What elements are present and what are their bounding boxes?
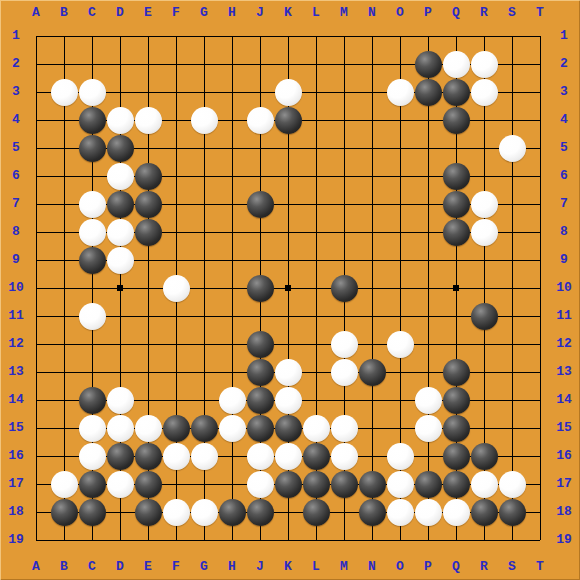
- intersection-A2[interactable]: [22, 50, 50, 78]
- intersection-A17[interactable]: [22, 470, 50, 498]
- intersection-K12[interactable]: [274, 330, 302, 358]
- intersection-Q1[interactable]: [442, 22, 470, 50]
- intersection-T5[interactable]: [526, 134, 554, 162]
- stone-black-C4: [79, 107, 106, 134]
- intersection-F9[interactable]: [162, 246, 190, 274]
- stone-black-R18: [471, 499, 498, 526]
- intersection-R5[interactable]: [470, 134, 498, 162]
- intersection-Q10[interactable]: [442, 274, 470, 302]
- intersection-O5[interactable]: [386, 134, 414, 162]
- intersection-T2[interactable]: [526, 50, 554, 78]
- intersection-R9[interactable]: [470, 246, 498, 274]
- intersection-H9[interactable]: [218, 246, 246, 274]
- intersection-K8[interactable]: [274, 218, 302, 246]
- intersection-S4[interactable]: [498, 106, 526, 134]
- intersection-B1[interactable]: [50, 22, 78, 50]
- intersection-B13[interactable]: [50, 358, 78, 386]
- intersection-M1[interactable]: [330, 22, 358, 50]
- intersection-S9[interactable]: [498, 246, 526, 274]
- intersection-M5[interactable]: [330, 134, 358, 162]
- intersection-H12[interactable]: [218, 330, 246, 358]
- intersection-N4[interactable]: [358, 106, 386, 134]
- intersection-T6[interactable]: [526, 162, 554, 190]
- intersection-A1[interactable]: [22, 22, 50, 50]
- intersection-D2[interactable]: [106, 50, 134, 78]
- intersection-G12[interactable]: [190, 330, 218, 358]
- intersection-D1[interactable]: [106, 22, 134, 50]
- coord-label-top-J: J: [246, 3, 274, 23]
- stone-black-E17: [135, 471, 162, 498]
- intersection-F6[interactable]: [162, 162, 190, 190]
- intersection-J14: [246, 386, 274, 414]
- intersection-P10[interactable]: [414, 274, 442, 302]
- intersection-M3[interactable]: [330, 78, 358, 106]
- intersection-H6[interactable]: [218, 162, 246, 190]
- intersection-E5[interactable]: [134, 134, 162, 162]
- intersection-N15[interactable]: [358, 414, 386, 442]
- intersection-N10[interactable]: [358, 274, 386, 302]
- intersection-Q13: [442, 358, 470, 386]
- intersection-P9[interactable]: [414, 246, 442, 274]
- intersection-P11[interactable]: [414, 302, 442, 330]
- intersection-H2[interactable]: [218, 50, 246, 78]
- intersection-T11[interactable]: [526, 302, 554, 330]
- intersection-S7[interactable]: [498, 190, 526, 218]
- intersection-K10[interactable]: [274, 274, 302, 302]
- intersection-L2[interactable]: [302, 50, 330, 78]
- row-labels-right: 12345678910111213141516171819: [550, 22, 578, 554]
- stone-white-P18: [415, 499, 442, 526]
- intersection-R10[interactable]: [470, 274, 498, 302]
- intersection-Q9[interactable]: [442, 246, 470, 274]
- intersection-G7[interactable]: [190, 190, 218, 218]
- intersection-N16[interactable]: [358, 442, 386, 470]
- intersection-E19[interactable]: [134, 526, 162, 554]
- intersection-L3[interactable]: [302, 78, 330, 106]
- intersection-P1[interactable]: [414, 22, 442, 50]
- intersection-R4[interactable]: [470, 106, 498, 134]
- intersection-H4[interactable]: [218, 106, 246, 134]
- coord-label-right-13: 13: [550, 358, 578, 386]
- intersection-D12[interactable]: [106, 330, 134, 358]
- intersection-P19[interactable]: [414, 526, 442, 554]
- intersection-R14[interactable]: [470, 386, 498, 414]
- intersection-F14[interactable]: [162, 386, 190, 414]
- intersection-M14[interactable]: [330, 386, 358, 414]
- intersection-T18[interactable]: [526, 498, 554, 526]
- intersection-T19[interactable]: [526, 526, 554, 554]
- intersection-O4[interactable]: [386, 106, 414, 134]
- intersection-O11[interactable]: [386, 302, 414, 330]
- intersection-B12[interactable]: [50, 330, 78, 358]
- intersection-A16[interactable]: [22, 442, 50, 470]
- intersection-H10[interactable]: [218, 274, 246, 302]
- intersection-B8[interactable]: [50, 218, 78, 246]
- intersection-B15[interactable]: [50, 414, 78, 442]
- intersection-M9[interactable]: [330, 246, 358, 274]
- intersection-M4[interactable]: [330, 106, 358, 134]
- intersection-F1[interactable]: [162, 22, 190, 50]
- intersection-K18[interactable]: [274, 498, 302, 526]
- intersection-O1[interactable]: [386, 22, 414, 50]
- intersection-H7[interactable]: [218, 190, 246, 218]
- intersection-G1[interactable]: [190, 22, 218, 50]
- intersection-O8[interactable]: [386, 218, 414, 246]
- intersection-S16[interactable]: [498, 442, 526, 470]
- stone-white-R7: [471, 191, 498, 218]
- intersection-G6[interactable]: [190, 162, 218, 190]
- intersection-S2[interactable]: [498, 50, 526, 78]
- intersection-L7[interactable]: [302, 190, 330, 218]
- intersection-S3[interactable]: [498, 78, 526, 106]
- intersection-G5[interactable]: [190, 134, 218, 162]
- stone-black-J10: [247, 275, 274, 302]
- intersection-S6[interactable]: [498, 162, 526, 190]
- intersection-J11[interactable]: [246, 302, 274, 330]
- intersection-O6[interactable]: [386, 162, 414, 190]
- intersection-M7[interactable]: [330, 190, 358, 218]
- intersection-K1[interactable]: [274, 22, 302, 50]
- intersection-L10[interactable]: [302, 274, 330, 302]
- intersection-O13[interactable]: [386, 358, 414, 386]
- intersection-F2[interactable]: [162, 50, 190, 78]
- intersection-E9[interactable]: [134, 246, 162, 274]
- intersection-N11[interactable]: [358, 302, 386, 330]
- coord-label-bottom-D: D: [106, 557, 134, 577]
- intersection-Q14: [442, 386, 470, 414]
- intersection-T15[interactable]: [526, 414, 554, 442]
- intersection-L8[interactable]: [302, 218, 330, 246]
- intersection-O7[interactable]: [386, 190, 414, 218]
- intersection-A7[interactable]: [22, 190, 50, 218]
- intersection-R13[interactable]: [470, 358, 498, 386]
- intersection-Q16: [442, 442, 470, 470]
- stone-white-F10: [163, 275, 190, 302]
- intersection-E14[interactable]: [134, 386, 162, 414]
- intersection-D11[interactable]: [106, 302, 134, 330]
- intersection-J2[interactable]: [246, 50, 274, 78]
- intersection-P13[interactable]: [414, 358, 442, 386]
- intersection-M15: [330, 414, 358, 442]
- intersection-N7[interactable]: [358, 190, 386, 218]
- intersection-G3[interactable]: [190, 78, 218, 106]
- intersection-L18: [302, 498, 330, 526]
- intersection-B4[interactable]: [50, 106, 78, 134]
- intersection-F3[interactable]: [162, 78, 190, 106]
- intersection-F8[interactable]: [162, 218, 190, 246]
- intersection-R12[interactable]: [470, 330, 498, 358]
- intersection-N5[interactable]: [358, 134, 386, 162]
- intersection-G18: [190, 498, 218, 526]
- intersection-F4[interactable]: [162, 106, 190, 134]
- intersection-B10[interactable]: [50, 274, 78, 302]
- intersection-T13[interactable]: [526, 358, 554, 386]
- intersection-K5[interactable]: [274, 134, 302, 162]
- intersection-G8[interactable]: [190, 218, 218, 246]
- intersection-P5[interactable]: [414, 134, 442, 162]
- coord-label-top-R: R: [470, 3, 498, 23]
- intersection-A19[interactable]: [22, 526, 50, 554]
- intersection-M6[interactable]: [330, 162, 358, 190]
- stone-white-F18: [163, 499, 190, 526]
- intersection-P18: [414, 498, 442, 526]
- intersection-H15: [218, 414, 246, 442]
- intersection-N19[interactable]: [358, 526, 386, 554]
- intersection-C10[interactable]: [78, 274, 106, 302]
- intersection-S13[interactable]: [498, 358, 526, 386]
- intersection-N9[interactable]: [358, 246, 386, 274]
- stone-black-N13: [359, 359, 386, 386]
- intersection-C6[interactable]: [78, 162, 106, 190]
- intersection-T4[interactable]: [526, 106, 554, 134]
- intersection-D13[interactable]: [106, 358, 134, 386]
- intersection-H5[interactable]: [218, 134, 246, 162]
- intersection-A8[interactable]: [22, 218, 50, 246]
- intersection-B5[interactable]: [50, 134, 78, 162]
- intersection-E11[interactable]: [134, 302, 162, 330]
- intersection-A4[interactable]: [22, 106, 50, 134]
- stone-white-S17: [499, 471, 526, 498]
- intersection-S12[interactable]: [498, 330, 526, 358]
- stone-white-M12: [331, 331, 358, 358]
- stone-white-D8: [107, 219, 134, 246]
- intersection-E8: [134, 218, 162, 246]
- intersection-A18[interactable]: [22, 498, 50, 526]
- intersection-A11[interactable]: [22, 302, 50, 330]
- intersection-L9[interactable]: [302, 246, 330, 274]
- stone-white-C7: [79, 191, 106, 218]
- intersection-A6[interactable]: [22, 162, 50, 190]
- intersection-F11[interactable]: [162, 302, 190, 330]
- intersection-M19[interactable]: [330, 526, 358, 554]
- intersection-A14[interactable]: [22, 386, 50, 414]
- intersection-E1[interactable]: [134, 22, 162, 50]
- intersection-E3[interactable]: [134, 78, 162, 106]
- intersection-C13[interactable]: [78, 358, 106, 386]
- intersection-L4[interactable]: [302, 106, 330, 134]
- coord-label-top-P: P: [414, 3, 442, 23]
- intersection-T1[interactable]: [526, 22, 554, 50]
- intersection-B2[interactable]: [50, 50, 78, 78]
- intersection-L1[interactable]: [302, 22, 330, 50]
- intersection-M18[interactable]: [330, 498, 358, 526]
- intersection-R2: [470, 50, 498, 78]
- intersection-T17[interactable]: [526, 470, 554, 498]
- intersection-H19[interactable]: [218, 526, 246, 554]
- intersection-N14[interactable]: [358, 386, 386, 414]
- intersection-N6[interactable]: [358, 162, 386, 190]
- intersection-N2[interactable]: [358, 50, 386, 78]
- intersection-N1[interactable]: [358, 22, 386, 50]
- intersection-O2[interactable]: [386, 50, 414, 78]
- intersection-F15: [162, 414, 190, 442]
- intersection-B14[interactable]: [50, 386, 78, 414]
- intersection-T16[interactable]: [526, 442, 554, 470]
- intersection-H16[interactable]: [218, 442, 246, 470]
- intersection-L5[interactable]: [302, 134, 330, 162]
- intersection-O15[interactable]: [386, 414, 414, 442]
- intersection-S1[interactable]: [498, 22, 526, 50]
- intersection-F12[interactable]: [162, 330, 190, 358]
- intersection-B19[interactable]: [50, 526, 78, 554]
- stone-black-D5: [107, 135, 134, 162]
- intersection-F5[interactable]: [162, 134, 190, 162]
- intersection-K9[interactable]: [274, 246, 302, 274]
- intersection-J19[interactable]: [246, 526, 274, 554]
- intersection-F13[interactable]: [162, 358, 190, 386]
- intersection-B16[interactable]: [50, 442, 78, 470]
- intersection-R17: [470, 470, 498, 498]
- intersection-R6[interactable]: [470, 162, 498, 190]
- stone-white-G16: [191, 443, 218, 470]
- intersection-A15[interactable]: [22, 414, 50, 442]
- coord-label-bottom-N: N: [358, 557, 386, 577]
- intersection-G19[interactable]: [190, 526, 218, 554]
- intersection-R1[interactable]: [470, 22, 498, 50]
- intersection-Q5[interactable]: [442, 134, 470, 162]
- intersection-H11[interactable]: [218, 302, 246, 330]
- intersection-H17[interactable]: [218, 470, 246, 498]
- intersection-T3[interactable]: [526, 78, 554, 106]
- intersection-T10[interactable]: [526, 274, 554, 302]
- intersection-E2[interactable]: [134, 50, 162, 78]
- intersection-K2[interactable]: [274, 50, 302, 78]
- intersection-C12[interactable]: [78, 330, 106, 358]
- intersection-O10[interactable]: [386, 274, 414, 302]
- intersection-Q12[interactable]: [442, 330, 470, 358]
- stone-white-D14: [107, 387, 134, 414]
- intersection-J17: [246, 470, 274, 498]
- intersection-C1[interactable]: [78, 22, 106, 50]
- intersection-L14[interactable]: [302, 386, 330, 414]
- stone-white-K14: [275, 387, 302, 414]
- intersection-S15[interactable]: [498, 414, 526, 442]
- intersection-O14[interactable]: [386, 386, 414, 414]
- intersection-A5[interactable]: [22, 134, 50, 162]
- intersection-A3[interactable]: [22, 78, 50, 106]
- intersection-S19[interactable]: [498, 526, 526, 554]
- intersection-P8[interactable]: [414, 218, 442, 246]
- intersection-H1[interactable]: [218, 22, 246, 50]
- intersection-Q7: [442, 190, 470, 218]
- intersection-J8[interactable]: [246, 218, 274, 246]
- intersection-P6[interactable]: [414, 162, 442, 190]
- intersection-G9[interactable]: [190, 246, 218, 274]
- intersection-E10[interactable]: [134, 274, 162, 302]
- intersection-K19[interactable]: [274, 526, 302, 554]
- intersection-L11[interactable]: [302, 302, 330, 330]
- intersection-J5[interactable]: [246, 134, 274, 162]
- intersection-A13[interactable]: [22, 358, 50, 386]
- intersection-K11[interactable]: [274, 302, 302, 330]
- stone-black-R16: [471, 443, 498, 470]
- intersection-E12[interactable]: [134, 330, 162, 358]
- coord-label-right-3: 3: [550, 78, 578, 106]
- intersection-D18[interactable]: [106, 498, 134, 526]
- intersection-T12[interactable]: [526, 330, 554, 358]
- coord-label-bottom-G: G: [190, 557, 218, 577]
- intersection-J1[interactable]: [246, 22, 274, 50]
- intersection-H8[interactable]: [218, 218, 246, 246]
- intersection-G10[interactable]: [190, 274, 218, 302]
- intersection-G11[interactable]: [190, 302, 218, 330]
- intersection-A9[interactable]: [22, 246, 50, 274]
- intersection-P16[interactable]: [414, 442, 442, 470]
- intersection-R15[interactable]: [470, 414, 498, 442]
- intersection-J3[interactable]: [246, 78, 274, 106]
- intersection-C19[interactable]: [78, 526, 106, 554]
- intersection-B11[interactable]: [50, 302, 78, 330]
- intersection-B7[interactable]: [50, 190, 78, 218]
- intersection-S8[interactable]: [498, 218, 526, 246]
- stone-black-K15: [275, 415, 302, 442]
- intersection-D10[interactable]: [106, 274, 134, 302]
- intersection-K6[interactable]: [274, 162, 302, 190]
- intersection-N3[interactable]: [358, 78, 386, 106]
- intersection-L13[interactable]: [302, 358, 330, 386]
- intersection-N8[interactable]: [358, 218, 386, 246]
- intersection-C2[interactable]: [78, 50, 106, 78]
- intersection-L19[interactable]: [302, 526, 330, 554]
- intersection-M11[interactable]: [330, 302, 358, 330]
- coord-label-top-L: L: [302, 3, 330, 23]
- intersection-L6[interactable]: [302, 162, 330, 190]
- intersection-G14[interactable]: [190, 386, 218, 414]
- intersection-J6[interactable]: [246, 162, 274, 190]
- intersection-F19[interactable]: [162, 526, 190, 554]
- intersection-J9[interactable]: [246, 246, 274, 274]
- intersection-S10[interactable]: [498, 274, 526, 302]
- intersection-P7[interactable]: [414, 190, 442, 218]
- intersection-L12[interactable]: [302, 330, 330, 358]
- intersection-D3[interactable]: [106, 78, 134, 106]
- intersection-A10[interactable]: [22, 274, 50, 302]
- intersection-F7[interactable]: [162, 190, 190, 218]
- intersection-E13[interactable]: [134, 358, 162, 386]
- intersection-K17: [274, 470, 302, 498]
- intersection-H13[interactable]: [218, 358, 246, 386]
- intersection-D19[interactable]: [106, 526, 134, 554]
- intersection-B6[interactable]: [50, 162, 78, 190]
- intersection-T8[interactable]: [526, 218, 554, 246]
- intersection-O19[interactable]: [386, 526, 414, 554]
- intersection-P12[interactable]: [414, 330, 442, 358]
- intersection-N12[interactable]: [358, 330, 386, 358]
- stone-black-E6: [135, 163, 162, 190]
- intersection-A12[interactable]: [22, 330, 50, 358]
- intersection-Q11[interactable]: [442, 302, 470, 330]
- intersection-S11[interactable]: [498, 302, 526, 330]
- intersection-M8[interactable]: [330, 218, 358, 246]
- intersection-Q19[interactable]: [442, 526, 470, 554]
- intersection-R19[interactable]: [470, 526, 498, 554]
- intersection-P4[interactable]: [414, 106, 442, 134]
- intersection-T14[interactable]: [526, 386, 554, 414]
- intersection-K7[interactable]: [274, 190, 302, 218]
- intersection-T7[interactable]: [526, 190, 554, 218]
- intersection-O9[interactable]: [386, 246, 414, 274]
- intersection-G13[interactable]: [190, 358, 218, 386]
- intersection-M2[interactable]: [330, 50, 358, 78]
- intersection-F17[interactable]: [162, 470, 190, 498]
- intersection-T9[interactable]: [526, 246, 554, 274]
- intersection-G17[interactable]: [190, 470, 218, 498]
- intersection-H3[interactable]: [218, 78, 246, 106]
- intersection-S14[interactable]: [498, 386, 526, 414]
- coord-label-right-17: 17: [550, 470, 578, 498]
- intersection-G2[interactable]: [190, 50, 218, 78]
- intersection-B9[interactable]: [50, 246, 78, 274]
